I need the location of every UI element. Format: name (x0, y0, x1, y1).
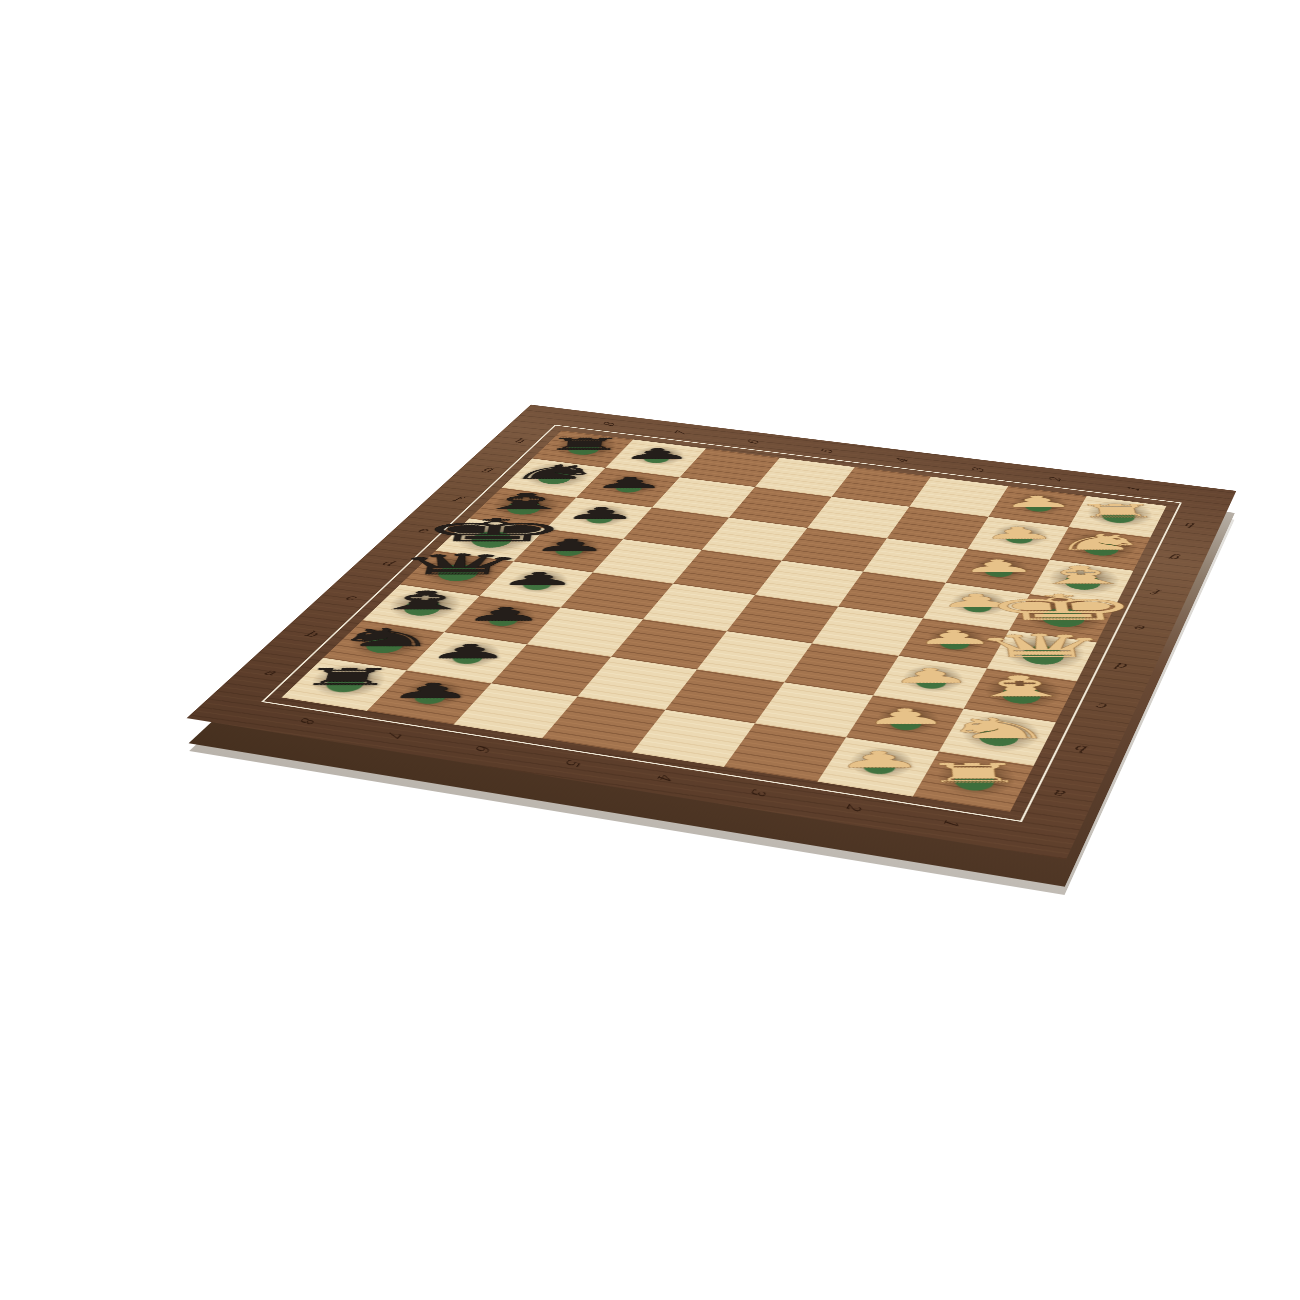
white-king-glyph: ♚ (880, 590, 1246, 626)
square-c2[interactable] (873, 656, 987, 709)
felt-base (974, 725, 1022, 749)
square-c5[interactable] (611, 619, 727, 669)
square-c6[interactable] (527, 607, 643, 656)
white-pawn-glyph: ♟ (832, 666, 1029, 686)
square-a8[interactable] (282, 658, 407, 711)
square-a2[interactable] (817, 737, 938, 796)
piece-shadow (393, 677, 473, 712)
square-b3[interactable] (755, 682, 873, 737)
coord-rank-4-left: 4 (649, 770, 681, 785)
coord-file-b-bottom: b (1067, 742, 1096, 757)
white-pawn-glyph: ♟ (805, 706, 1007, 727)
square-a3[interactable] (724, 723, 846, 781)
black-rook-glyph: ♜ (231, 666, 461, 689)
scene: 11aa22bb33cc44dd55ee66ff77gg88hh ♜♞♝♛♚♝♞… (0, 0, 1300, 1300)
black-pawn-glyph: ♟ (408, 605, 598, 624)
coord-rank-5-left: 5 (557, 755, 589, 770)
coord-file-d-bottom: d (1108, 660, 1136, 673)
product-photo: 11aa22bb33cc44dd55ee66ff77gg88hh ♜♞♝♛♚♝♞… (0, 0, 1300, 1300)
coord-rank-1-left: 1 (935, 815, 966, 831)
square-a6[interactable] (454, 683, 578, 738)
white-bishop-glyph: ♝ (881, 672, 1161, 701)
piece-shadow (431, 638, 508, 671)
white-queen-glyph: ♛ (882, 630, 1203, 662)
chess-board: 11aa22bb33cc44dd55ee66ff77gg88hh ♜♞♝♛♚♝♞… (187, 405, 1237, 860)
square-b1[interactable] (939, 709, 1056, 766)
felt-base (858, 757, 898, 777)
felt-base (949, 769, 998, 793)
coord-rank-7-left: 7 (378, 727, 410, 741)
piece-shadow (870, 702, 945, 738)
felt-base (997, 684, 1044, 706)
square-a1[interactable] (913, 751, 1034, 811)
coord-file-c-bottom: c (1088, 700, 1116, 714)
square-b4[interactable] (665, 669, 784, 723)
piece-shadow (928, 754, 1022, 801)
felt-base (409, 688, 450, 706)
board-frame: 11aa22bb33cc44dd55ee66ff77gg88hh ♜♞♝♛♚♝♞… (187, 405, 1237, 860)
square-c1[interactable] (964, 668, 1077, 722)
coord-rank-6-left: 6 (467, 741, 499, 756)
piece-shadow (842, 744, 920, 782)
square-a5[interactable] (542, 696, 665, 752)
piece-shadow (896, 662, 969, 696)
felt-base (886, 714, 925, 733)
felt-base (359, 635, 409, 656)
black-knight-glyph: ♞ (258, 625, 512, 650)
felt-base (1017, 644, 1067, 667)
black-pawn-glyph: ♟ (370, 642, 565, 662)
coord-rank-8-left: 8 (291, 713, 324, 727)
felt-base (319, 673, 369, 694)
black-pawn-glyph: ♟ (330, 681, 531, 702)
white-knight-glyph: ♞ (864, 714, 1131, 742)
piece-shadow (953, 711, 1047, 757)
piece-shadow (299, 660, 396, 701)
square-a7[interactable] (367, 670, 491, 724)
square-a4[interactable] (632, 710, 755, 767)
square-c3[interactable] (784, 643, 898, 695)
coord-file-a-top: a (254, 666, 286, 679)
square-d4[interactable] (727, 595, 838, 643)
white-rook-glyph: ♜ (853, 760, 1094, 787)
white-pawn-glyph: ♟ (775, 748, 982, 771)
square-b5[interactable] (578, 657, 697, 710)
piece-shadow (977, 670, 1068, 713)
coord-rank-2-left: 2 (838, 799, 870, 815)
square-b2[interactable] (846, 695, 964, 751)
coord-rank-3-left: 3 (742, 784, 774, 799)
square-c4[interactable] (697, 631, 812, 682)
coord-file-a-bottom: a (1045, 787, 1075, 803)
square-b6[interactable] (491, 644, 611, 696)
felt-base (912, 673, 950, 691)
felt-base (447, 649, 487, 666)
